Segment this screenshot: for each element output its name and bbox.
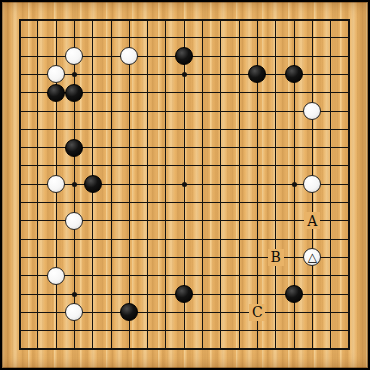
white-stone <box>47 175 65 193</box>
white-stone <box>120 47 138 65</box>
black-stone <box>175 47 193 65</box>
grid-line-vertical <box>220 19 221 350</box>
grid-line-vertical <box>330 19 331 350</box>
grid-line-horizontal <box>19 202 350 203</box>
star-point <box>182 182 187 187</box>
grid-line-horizontal <box>19 257 350 258</box>
move-option-label-c[interactable]: C <box>249 304 265 321</box>
white-stone <box>303 175 321 193</box>
black-stone <box>65 139 83 157</box>
grid-line-vertical <box>202 19 203 350</box>
white-stone-triangle-marked: △ <box>303 248 321 266</box>
white-stone <box>65 47 83 65</box>
star-point <box>182 72 187 77</box>
black-stone <box>285 65 303 83</box>
black-stone <box>120 303 138 321</box>
white-stone <box>47 65 65 83</box>
grid-line-horizontal <box>19 239 350 240</box>
star-point <box>72 72 77 77</box>
white-stone <box>47 267 65 285</box>
grid-line-vertical <box>348 19 350 350</box>
grid-line-horizontal <box>19 348 350 350</box>
grid-line-vertical <box>275 19 276 350</box>
star-point <box>292 182 297 187</box>
grid-line-vertical <box>239 19 240 350</box>
black-stone <box>65 84 83 102</box>
triangle-mark-icon: △ <box>308 251 317 263</box>
black-stone <box>47 84 65 102</box>
black-stone <box>248 65 266 83</box>
move-option-label-a[interactable]: A <box>304 212 320 229</box>
white-stone <box>65 303 83 321</box>
black-stone <box>175 285 193 303</box>
star-point <box>72 292 77 297</box>
star-point <box>72 182 77 187</box>
go-board[interactable]: △ABC <box>0 0 370 370</box>
black-stone <box>285 285 303 303</box>
move-option-label-b[interactable]: B <box>268 249 284 266</box>
black-stone <box>84 175 102 193</box>
grid-line-horizontal <box>19 330 350 331</box>
grid-line-horizontal <box>19 275 350 276</box>
white-stone <box>303 102 321 120</box>
white-stone <box>65 212 83 230</box>
